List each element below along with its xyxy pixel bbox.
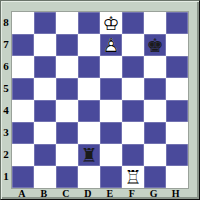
square-f8[interactable] [122, 12, 144, 34]
square-d8[interactable] [78, 12, 100, 34]
square-d4[interactable] [78, 100, 100, 122]
square-g6[interactable] [144, 56, 166, 78]
rank-label-7: 7 [1, 33, 11, 55]
square-b2[interactable] [34, 144, 56, 166]
file-label-a: A [11, 188, 33, 199]
rank-label-3: 3 [1, 121, 11, 143]
square-h2[interactable] [166, 144, 188, 166]
square-h8[interactable] [166, 12, 188, 34]
square-a3[interactable] [12, 122, 34, 144]
square-d2[interactable]: ♜ [78, 144, 100, 166]
rank-label-6: 6 [1, 55, 11, 77]
rank-label-4: 4 [1, 99, 11, 121]
square-f7[interactable] [122, 34, 144, 56]
square-g5[interactable] [144, 78, 166, 100]
file-label-c: C [55, 188, 77, 199]
square-e3[interactable] [100, 122, 122, 144]
square-c5[interactable] [56, 78, 78, 100]
square-b6[interactable] [34, 56, 56, 78]
black-rook-glyph-fill: ♜ [78, 144, 100, 166]
white-pawn-glyph-outline: ♙ [100, 34, 122, 56]
square-d5[interactable] [78, 78, 100, 100]
square-c2[interactable] [56, 144, 78, 166]
black-king[interactable]: ♚ [144, 34, 166, 56]
square-b8[interactable] [34, 12, 56, 34]
file-label-e: E [99, 188, 121, 199]
square-f5[interactable] [122, 78, 144, 100]
square-b4[interactable] [34, 100, 56, 122]
square-f1[interactable]: ♜♖ [122, 166, 144, 188]
square-a1[interactable] [12, 166, 34, 188]
square-f6[interactable] [122, 56, 144, 78]
square-c8[interactable] [56, 12, 78, 34]
square-g8[interactable] [144, 12, 166, 34]
file-label-h: H [165, 188, 187, 199]
square-e1[interactable] [100, 166, 122, 188]
square-h4[interactable] [166, 100, 188, 122]
square-f4[interactable] [122, 100, 144, 122]
square-b5[interactable] [34, 78, 56, 100]
square-c6[interactable] [56, 56, 78, 78]
square-h6[interactable] [166, 56, 188, 78]
square-b7[interactable] [34, 34, 56, 56]
rank-labels: 87654321 [1, 11, 11, 187]
file-label-b: B [33, 188, 55, 199]
square-h3[interactable] [166, 122, 188, 144]
file-label-d: D [77, 188, 99, 199]
rank-label-5: 5 [1, 77, 11, 99]
black-rook[interactable]: ♜ [78, 144, 100, 166]
square-b1[interactable] [34, 166, 56, 188]
square-e6[interactable] [100, 56, 122, 78]
square-f3[interactable] [122, 122, 144, 144]
square-a5[interactable] [12, 78, 34, 100]
square-a6[interactable] [12, 56, 34, 78]
square-e2[interactable] [100, 144, 122, 166]
square-d3[interactable] [78, 122, 100, 144]
white-pawn[interactable]: ♟♙ [100, 34, 122, 56]
white-rook[interactable]: ♜♖ [122, 166, 144, 188]
square-d6[interactable] [78, 56, 100, 78]
square-a4[interactable] [12, 100, 34, 122]
square-d1[interactable] [78, 166, 100, 188]
rank-label-8: 8 [1, 11, 11, 33]
square-c3[interactable] [56, 122, 78, 144]
black-king-glyph-fill: ♚ [144, 34, 166, 56]
file-label-f: F [121, 188, 143, 199]
square-a2[interactable] [12, 144, 34, 166]
square-d7[interactable] [78, 34, 100, 56]
square-h7[interactable] [166, 34, 188, 56]
white-rook-glyph-outline: ♖ [122, 166, 144, 188]
square-e5[interactable] [100, 78, 122, 100]
square-h5[interactable] [166, 78, 188, 100]
file-labels: ABCDEFGH [11, 188, 189, 199]
square-e4[interactable] [100, 100, 122, 122]
square-c7[interactable] [56, 34, 78, 56]
rank-label-2: 2 [1, 143, 11, 165]
square-c1[interactable] [56, 166, 78, 188]
white-king[interactable]: ♚♔ [100, 12, 122, 34]
square-g3[interactable] [144, 122, 166, 144]
square-c4[interactable] [56, 100, 78, 122]
board-frame: 87654321 ♚♔♟♙♚♜♜♖ ABCDEFGH [0, 0, 200, 200]
file-label-g: G [143, 188, 165, 199]
board: ♚♔♟♙♚♜♜♖ [11, 11, 189, 189]
square-g2[interactable] [144, 144, 166, 166]
square-g1[interactable] [144, 166, 166, 188]
square-b3[interactable] [34, 122, 56, 144]
square-h1[interactable] [166, 166, 188, 188]
square-g4[interactable] [144, 100, 166, 122]
rank-label-1: 1 [1, 165, 11, 187]
square-e8[interactable]: ♚♔ [100, 12, 122, 34]
square-g7[interactable]: ♚ [144, 34, 166, 56]
square-e7[interactable]: ♟♙ [100, 34, 122, 56]
square-f2[interactable] [122, 144, 144, 166]
white-king-glyph-outline: ♔ [100, 12, 122, 34]
square-a8[interactable] [12, 12, 34, 34]
square-a7[interactable] [12, 34, 34, 56]
